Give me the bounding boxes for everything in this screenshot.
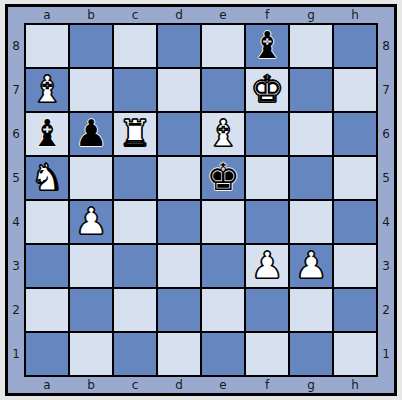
file-label-top-7: h [334, 7, 376, 23]
file-label-bottom-0: a [26, 377, 68, 393]
square-f6[interactable] [246, 113, 288, 155]
square-c6[interactable]: ♜ [114, 113, 156, 155]
square-d7[interactable] [158, 69, 200, 111]
piece-white-pawn[interactable]: ♟ [74, 203, 107, 240]
file-label-bottom-5: f [246, 377, 288, 393]
square-a6[interactable]: ♝ [26, 113, 68, 155]
square-g5[interactable] [290, 157, 332, 199]
square-c2[interactable] [114, 289, 156, 331]
square-f7[interactable]: ♚ [246, 69, 288, 111]
square-b8[interactable] [70, 25, 112, 67]
board-frame: abcdefgh 87654321 ♝♝♚♝♟♜♝♞♚♟♟♟ 87654321 … [5, 4, 397, 396]
square-g1[interactable] [290, 333, 332, 375]
file-label-bottom-7: h [334, 377, 376, 393]
square-b7[interactable] [70, 69, 112, 111]
piece-black-bishop[interactable]: ♝ [30, 115, 63, 152]
file-labels-top: abcdefgh [24, 7, 378, 23]
frame-corner-top-left [8, 7, 24, 23]
square-b5[interactable] [70, 157, 112, 199]
rank-label-left-5: 3 [8, 245, 24, 287]
square-e7[interactable] [202, 69, 244, 111]
rank-label-right-2: 6 [378, 113, 394, 155]
square-g7[interactable] [290, 69, 332, 111]
square-a4[interactable] [26, 201, 68, 243]
file-label-top-1: b [70, 7, 112, 23]
rank-label-left-0: 8 [8, 25, 24, 67]
square-a1[interactable] [26, 333, 68, 375]
square-d6[interactable] [158, 113, 200, 155]
square-f4[interactable] [246, 201, 288, 243]
rank-labels-right: 87654321 [378, 23, 394, 377]
rank-label-left-3: 5 [8, 157, 24, 199]
square-b1[interactable] [70, 333, 112, 375]
file-label-top-0: a [26, 7, 68, 23]
square-d8[interactable] [158, 25, 200, 67]
square-d5[interactable] [158, 157, 200, 199]
square-g8[interactable] [290, 25, 332, 67]
piece-white-pawn[interactable]: ♟ [250, 247, 283, 284]
square-h4[interactable] [334, 201, 376, 243]
square-b4[interactable]: ♟ [70, 201, 112, 243]
square-a8[interactable] [26, 25, 68, 67]
square-a5[interactable]: ♞ [26, 157, 68, 199]
square-e2[interactable] [202, 289, 244, 331]
square-d2[interactable] [158, 289, 200, 331]
square-f1[interactable] [246, 333, 288, 375]
square-a2[interactable] [26, 289, 68, 331]
square-c4[interactable] [114, 201, 156, 243]
rank-label-right-1: 7 [378, 69, 394, 111]
square-a7[interactable]: ♝ [26, 69, 68, 111]
square-b6[interactable]: ♟ [70, 113, 112, 155]
square-g2[interactable] [290, 289, 332, 331]
square-g6[interactable] [290, 113, 332, 155]
square-h3[interactable] [334, 245, 376, 287]
square-e8[interactable] [202, 25, 244, 67]
piece-black-pawn[interactable]: ♟ [74, 115, 107, 152]
frame-corner-bottom-right [378, 377, 394, 393]
square-g4[interactable] [290, 201, 332, 243]
page-background: abcdefgh 87654321 ♝♝♚♝♟♜♝♞♚♟♟♟ 87654321 … [0, 0, 402, 400]
square-c7[interactable] [114, 69, 156, 111]
piece-black-bishop[interactable]: ♝ [250, 27, 283, 64]
square-c5[interactable] [114, 157, 156, 199]
file-label-bottom-1: b [70, 377, 112, 393]
file-label-top-4: e [202, 7, 244, 23]
piece-white-bishop[interactable]: ♝ [206, 115, 239, 152]
rank-label-left-1: 7 [8, 69, 24, 111]
square-h2[interactable] [334, 289, 376, 331]
square-f2[interactable] [246, 289, 288, 331]
square-h1[interactable] [334, 333, 376, 375]
square-e3[interactable] [202, 245, 244, 287]
square-h7[interactable] [334, 69, 376, 111]
file-label-bottom-3: d [158, 377, 200, 393]
square-e6[interactable]: ♝ [202, 113, 244, 155]
piece-white-bishop[interactable]: ♝ [30, 71, 63, 108]
file-label-top-3: d [158, 7, 200, 23]
piece-white-rook[interactable]: ♜ [118, 115, 151, 152]
rank-label-left-6: 2 [8, 289, 24, 331]
file-label-top-2: c [114, 7, 156, 23]
rank-label-right-5: 3 [378, 245, 394, 287]
square-e5[interactable]: ♚ [202, 157, 244, 199]
frame-corner-top-right [378, 7, 394, 23]
square-f8[interactable]: ♝ [246, 25, 288, 67]
square-d4[interactable] [158, 201, 200, 243]
chess-board: ♝♝♚♝♟♜♝♞♚♟♟♟ [24, 23, 378, 377]
square-a3[interactable] [26, 245, 68, 287]
square-e4[interactable] [202, 201, 244, 243]
square-b3[interactable] [70, 245, 112, 287]
file-label-bottom-2: c [114, 377, 156, 393]
rank-label-left-7: 1 [8, 333, 24, 375]
square-h8[interactable] [334, 25, 376, 67]
square-b2[interactable] [70, 289, 112, 331]
square-e1[interactable] [202, 333, 244, 375]
square-g3[interactable]: ♟ [290, 245, 332, 287]
file-label-top-6: g [290, 7, 332, 23]
piece-black-king[interactable]: ♚ [206, 159, 239, 196]
rank-label-left-4: 4 [8, 201, 24, 243]
rank-labels-left: 87654321 [8, 23, 24, 377]
rank-label-right-3: 5 [378, 157, 394, 199]
rank-label-right-4: 4 [378, 201, 394, 243]
square-c8[interactable] [114, 25, 156, 67]
file-label-top-5: f [246, 7, 288, 23]
rank-label-right-0: 8 [378, 25, 394, 67]
piece-white-king[interactable]: ♚ [250, 71, 283, 108]
rank-label-right-6: 2 [378, 289, 394, 331]
square-f5[interactable] [246, 157, 288, 199]
file-labels-bottom: abcdefgh [24, 377, 378, 393]
square-f3[interactable]: ♟ [246, 245, 288, 287]
square-d1[interactable] [158, 333, 200, 375]
square-d3[interactable] [158, 245, 200, 287]
rank-label-left-2: 6 [8, 113, 24, 155]
file-label-bottom-6: g [290, 377, 332, 393]
square-c3[interactable] [114, 245, 156, 287]
square-h6[interactable] [334, 113, 376, 155]
piece-white-pawn[interactable]: ♟ [294, 247, 327, 284]
frame-corner-bottom-left [8, 377, 24, 393]
square-c1[interactable] [114, 333, 156, 375]
piece-white-knight[interactable]: ♞ [30, 159, 63, 196]
square-h5[interactable] [334, 157, 376, 199]
rank-label-right-7: 1 [378, 333, 394, 375]
file-label-bottom-4: e [202, 377, 244, 393]
